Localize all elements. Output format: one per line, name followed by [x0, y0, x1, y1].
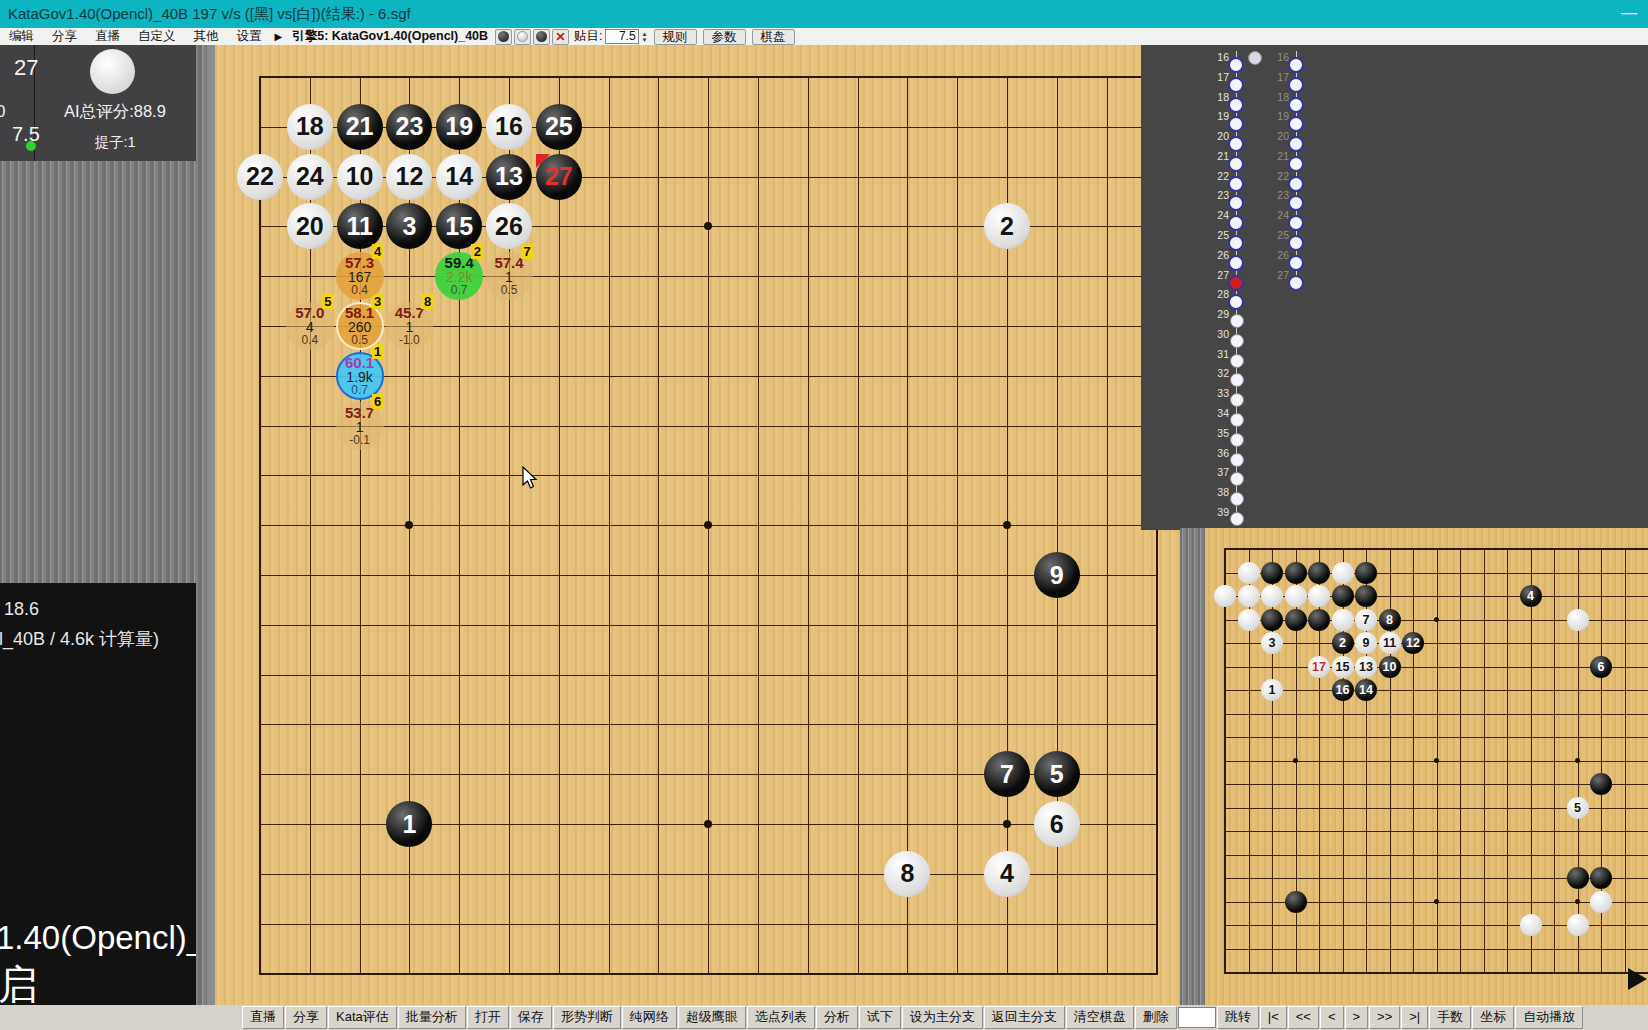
tree-node-20[interactable]: [1228, 136, 1244, 152]
tree-move-label: 27: [1265, 269, 1289, 281]
stone-number: 20: [296, 212, 324, 241]
stone-G18: 25: [536, 104, 582, 150]
stone-number: 14: [445, 162, 473, 191]
candidate-rank-badge: 2: [471, 244, 483, 259]
menu-bar: 编辑 分享 直播 自定义 其他 设置 ▶ 引擎5: KataGov1.40(Op…: [0, 28, 1648, 45]
stone-1-2: [1238, 585, 1260, 607]
toolbar-last[interactable]: >|: [1401, 1006, 1428, 1029]
stone-number: 23: [395, 112, 423, 141]
tree-node-33[interactable]: [1230, 393, 1244, 407]
candidate-rank-badge: 8: [421, 294, 433, 309]
params-button[interactable]: 参数: [703, 29, 746, 45]
axis-top-value: 27: [14, 55, 38, 81]
tree-node-22[interactable]: [1228, 176, 1244, 192]
stone-number: 7: [1000, 760, 1014, 789]
tree-node-19[interactable]: [1228, 116, 1244, 132]
tree-move-label: 25: [1205, 229, 1229, 241]
tree-node-24[interactable]: [1228, 215, 1244, 231]
to-move-stone-icon: [90, 49, 135, 94]
stone-Q8: 5: [1567, 797, 1589, 819]
tree-move-label: 22: [1265, 170, 1289, 182]
stone-B18: 18: [287, 104, 333, 150]
stone-F18: 16: [486, 104, 532, 150]
tree-move-label: 23: [1205, 189, 1229, 201]
stone-16-10: [1590, 773, 1612, 795]
candidate-rank-badge: 5: [322, 294, 334, 309]
candidate-t3: -1.0: [399, 334, 420, 346]
tree-move-label: 20: [1205, 130, 1229, 142]
star-point: [1575, 899, 1580, 904]
tree-node-24[interactable]: [1288, 215, 1304, 231]
tree-move-label: 29: [1205, 308, 1229, 320]
tree-node-27[interactable]: [1228, 275, 1244, 291]
stone-G13: 14: [1355, 679, 1377, 701]
alt-stone-icon: [536, 31, 547, 42]
tree-move-label: 20: [1265, 130, 1289, 142]
tree-move-label: 31: [1205, 348, 1229, 360]
tree-move-label: 35: [1205, 427, 1229, 439]
tree-node-30[interactable]: [1230, 334, 1244, 348]
toolbar-position-judge[interactable]: 形势判断: [553, 1006, 621, 1029]
stone-B17: 24: [287, 154, 333, 200]
tree-node-16[interactable]: [1288, 57, 1304, 73]
star-point: [1575, 758, 1580, 763]
rules-button[interactable]: 规则: [654, 29, 697, 45]
stone-2-3: [1261, 609, 1283, 631]
stone-number: 8: [1386, 613, 1393, 627]
stone-number: 24: [296, 162, 324, 191]
tree-node-37[interactable]: [1230, 472, 1244, 486]
tree-node-36[interactable]: [1230, 453, 1244, 467]
menu-settings[interactable]: 设置: [228, 28, 271, 45]
candidate-t3: 0.7: [451, 284, 468, 296]
tree-move-label: 24: [1265, 209, 1289, 221]
candidate-t3: -0.1: [349, 434, 370, 446]
stone-number: 18: [296, 112, 324, 141]
stone-6-1: [1355, 562, 1377, 584]
candidate-t2: 1: [405, 320, 413, 334]
tree-move-label: 18: [1205, 91, 1229, 103]
score-diff-text: : 18.6: [0, 599, 39, 620]
candidate-t1: 60.1: [345, 356, 374, 370]
tree-node-19[interactable]: [1288, 116, 1304, 132]
stone-13-16: [1520, 914, 1542, 936]
bottom-toolbar: 直播分享Kata评估批量分析打开保存形势判断纯网络超级鹰眼选点列表分析试下设为主…: [0, 1005, 1648, 1030]
stone-number: 7: [1363, 613, 1370, 627]
tree-branch-stub-node[interactable]: [1248, 51, 1262, 65]
toolbar-open[interactable]: 打开: [467, 1006, 509, 1029]
toolbar-jump[interactable]: 跳转: [1217, 1006, 1259, 1029]
toolbar-super-eye[interactable]: 超级鹰眼: [678, 1006, 746, 1029]
main-go-board[interactable]: 1234567891011121314151618192021222324252…: [207, 45, 1180, 1005]
tree-node-38[interactable]: [1230, 492, 1244, 506]
tree-node-26[interactable]: [1288, 255, 1304, 271]
toolbar-share[interactable]: 分享: [285, 1006, 327, 1029]
tree-node-26[interactable]: [1228, 255, 1244, 271]
tree-move-label: 22: [1205, 170, 1229, 182]
stone-6-2: [1355, 585, 1377, 607]
stone-4-2: [1308, 585, 1330, 607]
candidate-t1: 53.7: [345, 406, 374, 420]
stone-number: 9: [1050, 561, 1064, 590]
tree-node-17[interactable]: [1288, 77, 1304, 93]
toolbar-save[interactable]: 保存: [510, 1006, 552, 1029]
stone-C16: 11: [337, 203, 383, 249]
stone-number: 16: [1336, 683, 1350, 697]
engine-name-text: 1.40(Opencl)_: [0, 919, 196, 957]
toolbar-delete[interactable]: 删除: [1135, 1006, 1177, 1029]
star-point: [1434, 899, 1439, 904]
stone-number: 21: [346, 112, 374, 141]
toolbar-set-main-branch[interactable]: 设为主分支: [902, 1006, 983, 1029]
tree-move-label: 38: [1205, 486, 1229, 498]
game-tree-panel[interactable]: 1617181920212223242526272829303132333435…: [1141, 45, 1648, 530]
stone-A17: 22: [237, 154, 283, 200]
stone-number: 15: [1336, 660, 1350, 674]
tree-node-17[interactable]: [1228, 77, 1244, 93]
black-stone-button[interactable]: [495, 29, 512, 45]
stone-number: 6: [1050, 810, 1064, 839]
tree-move-label: 36: [1205, 447, 1229, 459]
candidate-t2: 1.9k: [346, 370, 372, 384]
candidate-t2: 4: [306, 320, 314, 334]
axis-left-value: 0: [0, 102, 5, 122]
stone-R5: 5: [1034, 751, 1080, 797]
title-bar: KataGov1.40(Opencl)_40B 197 v/s ([黑] vs[…: [0, 0, 1648, 28]
toolbar-point-list[interactable]: 选点列表: [747, 1006, 815, 1029]
stone-1-3: [1238, 609, 1260, 631]
tree-move-label: 25: [1265, 229, 1289, 241]
stone-3-3: [1285, 609, 1307, 631]
tree-move-label: 27: [1205, 269, 1229, 281]
stone-number: 2: [1000, 212, 1014, 241]
stone-Q3: 4: [984, 851, 1030, 897]
tree-move-label: 33: [1205, 387, 1229, 399]
stone-C18: 21: [337, 104, 383, 150]
tree-move-label: 26: [1265, 249, 1289, 261]
winrate-panel: 27 0 7.5 AI总评分:88.9 提子:1: [0, 45, 196, 161]
stone-number: 15: [445, 212, 473, 241]
toolbar-pure-net[interactable]: 纯网络: [622, 1006, 677, 1029]
stone-1-1: [1238, 562, 1260, 584]
toolbar-fast-forward[interactable]: >>: [1369, 1006, 1400, 1029]
stone-number: 14: [1359, 683, 1373, 697]
stone-number: 11: [346, 212, 372, 241]
engine-detail-text: cl_40B / 4.6k 计算量): [0, 627, 159, 651]
mouse-cursor-icon: [522, 466, 539, 491]
candidate-t3: 0.4: [351, 284, 368, 296]
stone-number: 10: [1383, 660, 1397, 674]
candidate-t1: 59.4: [445, 256, 474, 270]
stone-H14: 10: [1379, 656, 1401, 678]
candidate-t1: 57.4: [494, 256, 523, 270]
stone-F14: 15: [1332, 656, 1354, 678]
stone-number: 13: [1359, 660, 1373, 674]
tree-node-21[interactable]: [1288, 156, 1304, 172]
board-button[interactable]: 棋盘: [752, 29, 795, 45]
close-x-button[interactable]: ✕: [552, 29, 569, 45]
jump-input[interactable]: [1178, 1007, 1216, 1028]
tree-node-29[interactable]: [1230, 314, 1244, 328]
stone-15-14: [1567, 867, 1589, 889]
toolbar-trial-play[interactable]: 试下: [859, 1006, 901, 1029]
stone-number: 19: [445, 112, 473, 141]
stone-3-1: [1285, 562, 1307, 584]
stone-16-14: [1590, 867, 1612, 889]
candidate-t1: 58.1: [345, 306, 374, 320]
stone-O3: 8: [884, 851, 930, 897]
stone-number: 9: [1363, 636, 1370, 650]
stone-5-1: [1332, 562, 1354, 584]
candidate-t2: 167: [348, 270, 371, 284]
play-icon: ▶: [271, 31, 287, 42]
stone-number: 5: [1574, 801, 1581, 815]
stone-0-2: [1214, 585, 1236, 607]
candidate-t1: 57.3: [345, 256, 374, 270]
tree-move-label: 16: [1265, 51, 1289, 63]
tree-node-28[interactable]: [1228, 294, 1244, 310]
komi-spinner[interactable]: ▲▼: [642, 31, 648, 43]
stone-E18: 19: [436, 104, 482, 150]
menu-custom[interactable]: 自定义: [129, 28, 185, 45]
tree-node-32[interactable]: [1230, 373, 1244, 387]
tree-node-18[interactable]: [1288, 97, 1304, 113]
candidate-C13[interactable]: 60.11.9k0.7: [336, 352, 384, 400]
stone-number: 10: [346, 162, 374, 191]
stone-F17: 13: [486, 154, 532, 200]
komi-input[interactable]: 7.5: [605, 29, 639, 44]
stone-R4: 6: [1034, 801, 1080, 847]
menu-edit[interactable]: 编辑: [0, 28, 43, 45]
stone-C15: 3: [1261, 632, 1283, 654]
tree-node-22[interactable]: [1288, 176, 1304, 192]
candidate-B14[interactable]: 57.040.4: [286, 302, 334, 350]
tree-move-label: 19: [1205, 110, 1229, 122]
star-point: [1293, 758, 1298, 763]
stone-number: 25: [545, 112, 573, 141]
stone-G16: 7: [1355, 609, 1377, 631]
stone-F15: 2: [1332, 632, 1354, 654]
tree-node-25[interactable]: [1228, 235, 1244, 251]
stone-number: 3: [1269, 636, 1276, 650]
komi-label: 贴目:: [570, 28, 602, 45]
tree-node-23[interactable]: [1228, 195, 1244, 211]
stone-4-1: [1308, 562, 1330, 584]
tree-node-39[interactable]: [1230, 512, 1244, 526]
tree-move-label: 30: [1205, 328, 1229, 340]
stone-15-3: [1567, 609, 1589, 631]
candidate-C15[interactable]: 57.31670.4: [336, 252, 384, 300]
stone-R14: 6: [1590, 656, 1612, 678]
minimize-button[interactable]: —: [1616, 0, 1642, 26]
candidate-C12[interactable]: 53.71-0.1: [336, 402, 384, 450]
stone-number: 4: [1527, 589, 1534, 603]
alt-stone-button[interactable]: [533, 29, 550, 45]
stone-O17: 4: [1520, 585, 1542, 607]
stone-number: 8: [900, 859, 914, 888]
toolbar-move-count[interactable]: 手数: [1429, 1006, 1471, 1029]
stone-16-15: [1590, 891, 1612, 913]
stone-C17: 10: [337, 154, 383, 200]
tree-node-23[interactable]: [1288, 195, 1304, 211]
stone-15-16: [1567, 914, 1589, 936]
toolbar-fast-back[interactable]: <<: [1288, 1006, 1319, 1029]
stone-number: 12: [1406, 636, 1420, 650]
toolbar-forward[interactable]: >: [1345, 1006, 1369, 1029]
engine-info-panel: : 18.6 cl_40B / 4.6k 计算量) 1.40(Opencl)_ …: [0, 583, 196, 1005]
tree-move-label: 19: [1265, 110, 1289, 122]
stone-number: 1: [1269, 683, 1276, 697]
star-point: [1003, 820, 1011, 828]
stone-number: 17: [1312, 660, 1326, 674]
stone-R9: 9: [1034, 552, 1080, 598]
candidate-rank-badge: 1: [372, 344, 384, 359]
stone-number: 12: [395, 162, 423, 191]
tree-move-label: 18: [1265, 91, 1289, 103]
tree-move-label: 28: [1205, 288, 1229, 300]
stone-number: 1: [402, 810, 416, 839]
candidate-t3: 0.7: [351, 384, 368, 396]
stone-number: 4: [1000, 859, 1014, 888]
toolbar-analysis[interactable]: 分析: [816, 1006, 858, 1029]
candidate-rank-badge: 6: [372, 394, 384, 409]
stone-J15: 12: [1402, 632, 1424, 654]
stone-E17: 14: [436, 154, 482, 200]
candidate-F15[interactable]: 57.410.5: [485, 252, 533, 300]
stone-4-3: [1308, 609, 1330, 631]
stone-5-3: [1332, 609, 1354, 631]
ai-score-label: AI总评分:88.9: [40, 101, 190, 123]
tree-move-label: 32: [1205, 367, 1229, 379]
toolbar-back-main-branch[interactable]: 返回主分支: [984, 1006, 1065, 1029]
tree-move-label: 16: [1205, 51, 1229, 63]
candidate-t2: 2.2k: [446, 270, 472, 284]
star-point: [1434, 758, 1439, 763]
stone-E14: 17: [1308, 656, 1330, 678]
stone-number: 2: [1339, 636, 1346, 650]
stone-3-2: [1285, 585, 1307, 607]
candidate-rank-badge: 4: [372, 244, 384, 259]
candidate-t2: 1: [505, 270, 513, 284]
tree-node-25[interactable]: [1288, 235, 1304, 251]
toolbar-live[interactable]: 直播: [242, 1006, 284, 1029]
variation-board[interactable]: 1234567891011121314151617: [1180, 528, 1648, 1005]
tree-node-20[interactable]: [1288, 136, 1304, 152]
candidate-t1: 45.7: [395, 306, 424, 320]
stone-D18: 23: [386, 104, 432, 150]
stone-D17: 12: [386, 154, 432, 200]
toolbar-clear-board[interactable]: 清空棋盘: [1066, 1006, 1134, 1029]
white-stone-button[interactable]: [514, 29, 531, 45]
stone-number: 6: [1598, 660, 1605, 674]
last-move-marker: [536, 154, 550, 168]
stone-number: 26: [495, 212, 523, 241]
candidate-t2: 1: [356, 420, 364, 434]
engine-label: 引擎5: KataGov1.40(Opencl)_40B: [286, 28, 494, 45]
clipped-char-text: 启: [0, 957, 38, 1005]
menu-share[interactable]: 分享: [43, 28, 86, 45]
stone-3-15: [1285, 891, 1307, 913]
stone-Q5: 7: [984, 751, 1030, 797]
tree-node-35[interactable]: [1230, 433, 1244, 447]
stone-F13: 16: [1332, 679, 1354, 701]
tree-node-18[interactable]: [1228, 97, 1244, 113]
stone-G14: 13: [1355, 656, 1377, 678]
stone-number: 16: [495, 112, 523, 141]
toolbar-coords[interactable]: 坐标: [1472, 1006, 1514, 1029]
stone-number: 22: [246, 162, 274, 191]
tree-node-34[interactable]: [1230, 413, 1244, 427]
play-arrow-icon[interactable]: [1628, 968, 1647, 990]
tree-node-21[interactable]: [1228, 156, 1244, 172]
candidate-t3: 0.4: [301, 334, 318, 346]
menu-other[interactable]: 其他: [185, 28, 228, 45]
tree-node-27[interactable]: [1288, 275, 1304, 291]
stone-B16: 20: [287, 203, 333, 249]
candidate-C14[interactable]: 58.12600.5: [336, 302, 384, 350]
candidate-t1: 57.0: [295, 306, 324, 320]
stone-number: 3: [402, 212, 416, 241]
variation-board-frame: [1180, 528, 1205, 1005]
black-stone-icon: [498, 31, 509, 42]
candidate-rank-badge: 3: [372, 294, 384, 309]
candidate-rank-badge: 7: [521, 244, 533, 259]
tree-move-label: 39: [1205, 506, 1229, 518]
candidate-t2: 260: [348, 320, 371, 334]
white-stone-icon: [517, 31, 528, 42]
tree-move-label: 21: [1205, 150, 1229, 162]
tree-move-label: 37: [1205, 466, 1229, 478]
toolbar-kata-eval[interactable]: Kata评估: [328, 1006, 397, 1029]
candidate-t3: 0.5: [501, 284, 518, 296]
tree-move-label: 34: [1205, 407, 1229, 419]
menu-live[interactable]: 直播: [86, 28, 129, 45]
toolbar-first[interactable]: |<: [1260, 1006, 1287, 1029]
stone-2-1: [1261, 562, 1283, 584]
candidate-t3: 0.5: [351, 334, 368, 346]
window-title: KataGov1.40(Opencl)_40B 197 v/s ([黑] vs[…: [8, 5, 411, 22]
tree-move-label: 17: [1205, 71, 1229, 83]
captures-label: 提子:1: [40, 133, 190, 152]
stone-C13: 1: [1261, 679, 1283, 701]
toolbar-auto-play[interactable]: 自动播放: [1515, 1006, 1583, 1029]
tree-move-label: 23: [1265, 189, 1289, 201]
stone-number: 11: [1383, 636, 1396, 650]
stone-H16: 8: [1379, 609, 1401, 631]
toolbar-batch-analysis[interactable]: 批量分析: [398, 1006, 466, 1029]
tree-node-16[interactable]: [1228, 57, 1244, 73]
star-point: [1434, 617, 1439, 622]
stone-G15: 9: [1355, 632, 1377, 654]
stone-number: 13: [495, 162, 523, 191]
tree-node-31[interactable]: [1230, 354, 1244, 368]
tree-move-label: 24: [1205, 209, 1229, 221]
tree-move-label: 21: [1265, 150, 1289, 162]
stone-2-2: [1261, 585, 1283, 607]
axis-komi-value: 7.5: [12, 123, 40, 146]
tree-move-label: 26: [1205, 249, 1229, 261]
toolbar-back[interactable]: <: [1320, 1006, 1344, 1029]
stone-H15: 11: [1379, 632, 1401, 654]
stone-5-2: [1332, 585, 1354, 607]
stone-number: 5: [1050, 760, 1064, 789]
tree-move-label: 17: [1265, 71, 1289, 83]
